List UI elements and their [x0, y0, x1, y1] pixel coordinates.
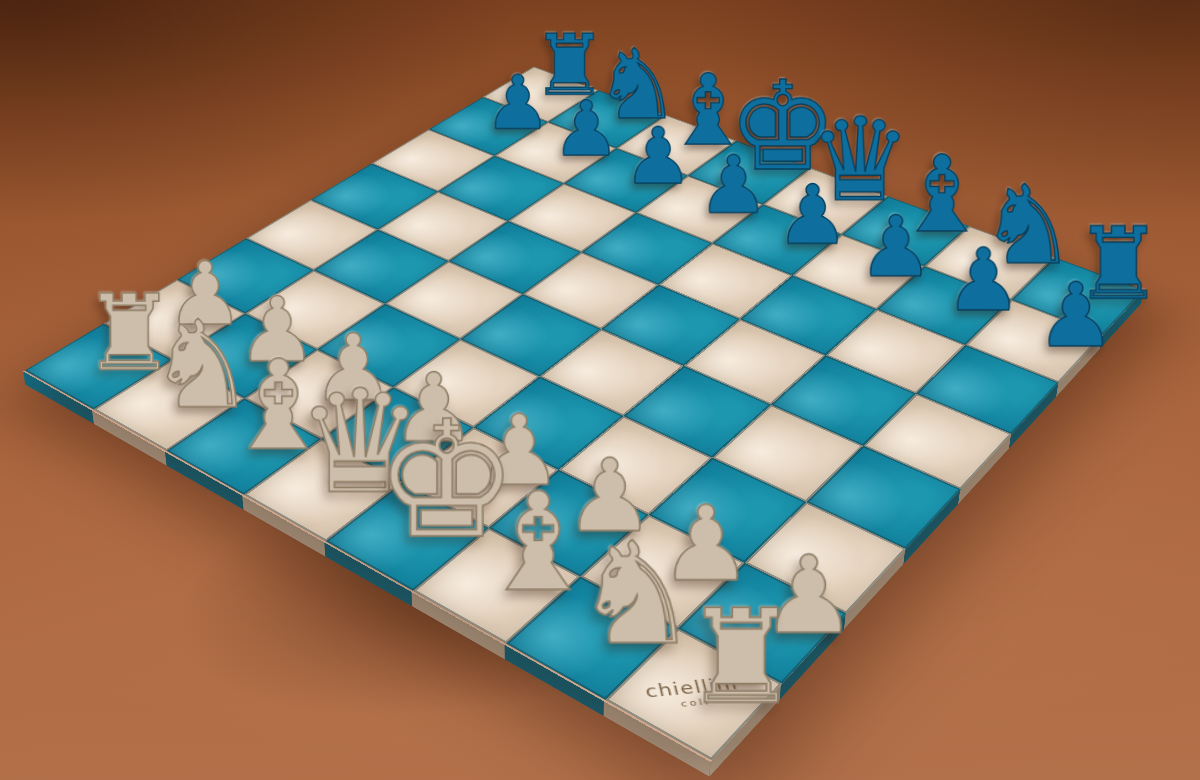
piece-black-pawn[interactable]: ♟	[945, 240, 1022, 319]
scene: ♜♟♟♜♞♟♟♞♝♟♟♝♛♟♟♚♚♟♟♛♝♟♟♝♞♟♟♞♜♟♟♜ chielli…	[0, 0, 1200, 780]
chess-board: ♜♟♟♜♞♟♟♞♝♟♟♝♛♟♟♚♚♟♟♛♝♟♟♝♞♟♟♞♜♟♟♜ chielli…	[23, 67, 1143, 762]
piece-black-pawn[interactable]: ♟	[552, 94, 620, 164]
piece-black-pawn[interactable]: ♟	[776, 177, 850, 252]
piece-black-pawn[interactable]: ♟	[623, 120, 693, 192]
board-grid: ♜♟♟♜♞♟♟♞♝♟♟♝♛♟♟♚♚♟♟♛♝♟♟♝♞♟♟♞♜♟♟♜	[23, 67, 1143, 762]
photo-backdrop: ♜♟♟♜♞♟♟♞♝♟♟♝♛♟♟♚♚♟♟♛♝♟♟♝♞♟♟♞♜♟♟♜ chielli…	[0, 0, 1200, 780]
piece-black-pawn[interactable]: ♟	[698, 148, 770, 222]
piece-white-knight[interactable]: ♞	[573, 531, 699, 660]
piece-white-rook[interactable]: ♜	[683, 598, 800, 718]
piece-black-pawn[interactable]: ♟	[484, 69, 551, 138]
piece-black-pawn[interactable]: ♟	[1036, 275, 1116, 357]
piece-black-pawn[interactable]: ♟	[858, 208, 933, 285]
